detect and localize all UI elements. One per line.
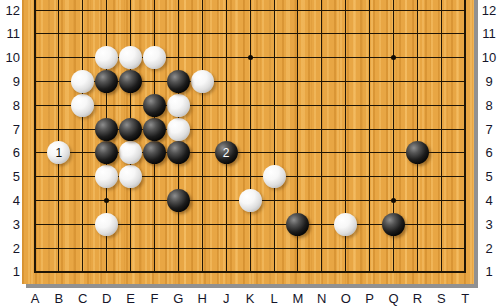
row-label-left-9: 9 — [0, 73, 20, 90]
stone-black-m3[interactable] — [286, 213, 309, 236]
stone-white-o3[interactable] — [334, 213, 357, 236]
stone-white-g8[interactable] — [167, 94, 190, 117]
grid-vline-A — [34, 0, 36, 273]
row-label-right-2: 2 — [479, 240, 499, 257]
row-label-right-6: 6 — [479, 144, 499, 161]
grid-vline-R — [417, 0, 418, 273]
stone-white-d3[interactable] — [95, 213, 118, 236]
board-shadow-right — [474, 0, 478, 288]
row-label-right-9: 9 — [479, 73, 499, 90]
grid-vline-L — [274, 0, 275, 273]
grid-vline-J — [226, 0, 227, 273]
grid-vline-H — [202, 0, 203, 273]
stone-white-l5[interactable] — [263, 165, 286, 188]
col-label-T: T — [453, 290, 477, 307]
go-board[interactable] — [22, 0, 474, 284]
star-point-q4 — [391, 198, 396, 203]
row-label-left-5: 5 — [0, 168, 20, 185]
row-label-left-4: 4 — [0, 192, 20, 209]
row-label-left-1: 1 — [0, 263, 20, 280]
grid-vline-C — [82, 0, 83, 273]
stone-black-q3[interactable] — [382, 213, 405, 236]
stone-black-d7[interactable] — [95, 118, 118, 141]
grid-hline-2 — [34, 248, 466, 249]
grid-vline-K — [250, 0, 251, 273]
row-label-right-5: 5 — [479, 168, 499, 185]
row-label-left-8: 8 — [0, 97, 20, 114]
row-label-left-7: 7 — [0, 121, 20, 138]
grid-hline-1 — [34, 271, 466, 273]
stone-black-e7[interactable] — [119, 118, 142, 141]
stone-black-g4[interactable] — [167, 189, 190, 212]
stone-black-f8[interactable] — [143, 94, 166, 117]
col-label-J: J — [214, 290, 238, 307]
star-point-k10 — [248, 55, 253, 60]
col-label-H: H — [190, 290, 214, 307]
col-label-A: A — [23, 290, 47, 307]
col-label-O: O — [334, 290, 358, 307]
grid-hline-12 — [34, 10, 466, 11]
col-label-D: D — [95, 290, 119, 307]
grid-vline-T — [464, 0, 466, 273]
stone-white-k4[interactable] — [239, 189, 262, 212]
stone-black-g9[interactable] — [167, 70, 190, 93]
stone-black-e9[interactable] — [119, 70, 142, 93]
row-label-right-8: 8 — [479, 97, 499, 114]
grid-vline-S — [441, 0, 442, 273]
stone-black-j6[interactable]: 2 — [215, 141, 238, 164]
move-number-label: 2 — [223, 147, 230, 159]
row-label-right-1: 1 — [479, 263, 499, 280]
col-label-R: R — [405, 290, 429, 307]
stone-white-c8[interactable] — [71, 94, 94, 117]
col-label-B: B — [47, 290, 71, 307]
row-label-left-11: 11 — [0, 25, 20, 42]
col-label-N: N — [310, 290, 334, 307]
stone-white-g7[interactable] — [167, 118, 190, 141]
row-label-left-12: 12 — [0, 2, 20, 19]
row-label-left-2: 2 — [0, 240, 20, 257]
col-label-C: C — [71, 290, 95, 307]
col-label-P: P — [358, 290, 382, 307]
col-label-M: M — [286, 290, 310, 307]
col-label-G: G — [166, 290, 190, 307]
row-label-left-3: 3 — [0, 216, 20, 233]
col-label-Q: Q — [382, 290, 406, 307]
row-label-right-10: 10 — [479, 49, 499, 66]
col-label-S: S — [429, 290, 453, 307]
row-label-right-12: 12 — [479, 2, 499, 19]
row-label-right-4: 4 — [479, 192, 499, 209]
move-number-label: 1 — [56, 147, 63, 159]
stone-white-f10[interactable] — [143, 46, 166, 69]
stone-white-h9[interactable] — [191, 70, 214, 93]
row-label-right-7: 7 — [479, 121, 499, 138]
col-label-K: K — [238, 290, 262, 307]
stone-black-f7[interactable] — [143, 118, 166, 141]
row-label-left-6: 6 — [0, 144, 20, 161]
col-label-L: L — [262, 290, 286, 307]
grid-hline-11 — [34, 33, 466, 34]
go-app-board-view: 12121211111010998877665544332211ABCDEFGH… — [0, 0, 500, 308]
stone-black-d9[interactable] — [95, 70, 118, 93]
board-shadow-bottom — [26, 284, 474, 288]
grid-vline-B — [58, 0, 59, 273]
grid-hline-8 — [34, 105, 466, 106]
grid-vline-N — [321, 0, 322, 273]
col-label-E: E — [119, 290, 143, 307]
row-label-right-11: 11 — [479, 25, 499, 42]
col-label-F: F — [143, 290, 167, 307]
grid-vline-P — [369, 0, 370, 273]
row-label-left-10: 10 — [0, 49, 20, 66]
row-label-right-3: 3 — [479, 216, 499, 233]
